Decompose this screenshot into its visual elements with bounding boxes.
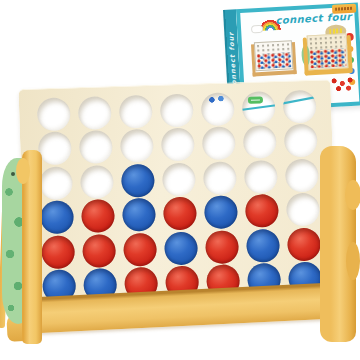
- hole-empty-r1c1: [37, 97, 71, 131]
- disc-red-r5c2: [82, 234, 116, 268]
- disc-red-r5c7: [287, 227, 321, 261]
- right-post: [320, 146, 356, 342]
- disc-red-r5c1: [41, 235, 75, 269]
- teal-stripe-fragment: [283, 95, 317, 104]
- hole-empty-r1c5: [201, 92, 235, 126]
- hole-empty-r3c5: [203, 161, 237, 195]
- green-badge-fragment: [248, 96, 263, 103]
- hole-empty-r2c3: [120, 129, 154, 163]
- age-badge: [332, 4, 356, 14]
- scattered-red-discs-art: [330, 76, 357, 93]
- disc-red-r4c6: [245, 194, 279, 228]
- hole-empty-r1c3: [119, 95, 153, 129]
- disc-blue-r5c6: [246, 229, 280, 263]
- disc-red-r4c2: [81, 199, 115, 233]
- board-grid: [33, 88, 326, 304]
- hole-empty-r1c7: [283, 89, 317, 123]
- hole-empty-r2c6: [243, 125, 277, 159]
- game-board: [18, 79, 337, 318]
- hole-empty-r2c1: [38, 132, 72, 166]
- disc-blue-r4c3: [122, 198, 156, 232]
- hole-empty-r4c7: [286, 193, 320, 227]
- hole-empty-r1c6: [242, 91, 276, 125]
- sketch-disc-dots: [257, 52, 292, 69]
- sketch-board-face: [254, 40, 294, 71]
- color-right-post: [347, 35, 353, 73]
- hole-empty-r3c1: [39, 166, 73, 200]
- product-photo-scene: connect four connect four: [0, 0, 360, 360]
- box-art-color-board: [301, 29, 353, 78]
- disc-blue-r4c5: [204, 195, 238, 229]
- left-post: [22, 150, 42, 344]
- disc-blue-r4c1: [40, 201, 74, 235]
- disc-blue-r5c4: [164, 231, 198, 265]
- hole-empty-r3c7: [285, 158, 319, 192]
- hole-empty-r3c4: [162, 162, 196, 196]
- hole-empty-r3c6: [244, 160, 278, 194]
- disc-red-r5c5: [205, 230, 239, 264]
- hole-empty-r3c2: [80, 165, 114, 199]
- hole-empty-r2c4: [161, 128, 195, 162]
- disc-red-r5c3: [123, 232, 157, 266]
- hole-empty-r2c5: [202, 126, 236, 160]
- color-disc-dots: [309, 48, 346, 68]
- box-art-sketch-board: [251, 38, 297, 76]
- hole-empty-r2c7: [284, 124, 318, 158]
- disc-red-r4c4: [163, 197, 197, 231]
- hole-empty-r2c2: [79, 130, 113, 164]
- sketch-right-post: [292, 42, 297, 74]
- dino-eye-icon: [11, 172, 15, 176]
- disc-blue-r3c3: [121, 163, 155, 197]
- hole-empty-r1c2: [78, 96, 112, 130]
- cloud-icon: [251, 25, 263, 34]
- hole-empty-r1c4: [160, 93, 194, 127]
- color-board-face: [307, 33, 349, 70]
- blue-bits-fragment: [208, 95, 228, 105]
